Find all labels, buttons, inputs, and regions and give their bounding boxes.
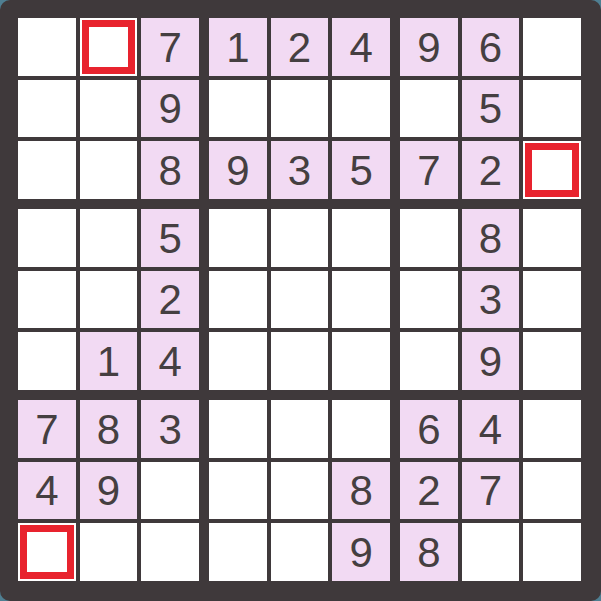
cell-r1c6: 4 — [332, 18, 390, 76]
cell-r4c9[interactable] — [523, 209, 581, 267]
cell-r8c6: 8 — [332, 462, 390, 520]
cell-value: 9 — [349, 532, 372, 574]
cell-r4c3: 5 — [141, 209, 199, 267]
cell-r1c7: 9 — [400, 18, 458, 76]
cell-r9c1[interactable] — [18, 523, 76, 581]
cell-value: 7 — [158, 27, 181, 69]
cell-r9c7: 8 — [400, 523, 458, 581]
cell-value: 5 — [158, 218, 181, 260]
cell-r4c2[interactable] — [80, 209, 138, 267]
cell-r3c9[interactable] — [523, 141, 581, 199]
cell-r8c4[interactable] — [209, 462, 267, 520]
cell-r2c7[interactable] — [400, 80, 458, 138]
cell-value: 8 — [479, 218, 502, 260]
cell-r9c4[interactable] — [209, 523, 267, 581]
cell-value: 8 — [417, 532, 440, 574]
cell-r7c7: 6 — [400, 400, 458, 458]
sudoku-board: 712496958935725823149783644982798 — [0, 0, 601, 601]
cell-r3c6: 5 — [332, 141, 390, 199]
cell-r6c9[interactable] — [523, 332, 581, 390]
cell-r7c2: 8 — [80, 400, 138, 458]
cell-r8c9[interactable] — [523, 462, 581, 520]
cell-r6c4[interactable] — [209, 332, 267, 390]
cell-r2c9[interactable] — [523, 80, 581, 138]
cell-r8c5[interactable] — [271, 462, 329, 520]
cell-r9c3[interactable] — [141, 523, 199, 581]
cell-r1c3: 7 — [141, 18, 199, 76]
cell-r4c1[interactable] — [18, 209, 76, 267]
cell-r9c5[interactable] — [271, 523, 329, 581]
cell-r7c4[interactable] — [209, 400, 267, 458]
cell-r6c2: 1 — [80, 332, 138, 390]
cell-value: 2 — [158, 279, 181, 321]
cell-value: 9 — [417, 27, 440, 69]
cell-value: 8 — [97, 409, 120, 451]
cell-r4c8: 8 — [462, 209, 520, 267]
cell-r2c4[interactable] — [209, 80, 267, 138]
cell-r9c8[interactable] — [462, 523, 520, 581]
cell-value: 4 — [479, 409, 502, 451]
cell-value: 9 — [97, 470, 120, 512]
cell-value: 7 — [479, 470, 502, 512]
cell-value: 8 — [349, 470, 372, 512]
cell-r5c8: 3 — [462, 271, 520, 329]
cell-r7c9[interactable] — [523, 400, 581, 458]
cell-r6c7[interactable] — [400, 332, 458, 390]
cell-r9c9[interactable] — [523, 523, 581, 581]
cell-r7c3: 3 — [141, 400, 199, 458]
cell-r6c3: 4 — [141, 332, 199, 390]
cell-r4c6[interactable] — [332, 209, 390, 267]
cell-r3c8: 2 — [462, 141, 520, 199]
cell-r6c8: 9 — [462, 332, 520, 390]
cell-value: 9 — [226, 150, 249, 192]
cell-r5c6[interactable] — [332, 271, 390, 329]
cell-r9c6: 9 — [332, 523, 390, 581]
cell-value: 4 — [158, 341, 181, 383]
cell-r2c3: 9 — [141, 80, 199, 138]
cell-r8c1: 4 — [18, 462, 76, 520]
cell-value: 2 — [479, 150, 502, 192]
cell-r5c9[interactable] — [523, 271, 581, 329]
cell-r5c4[interactable] — [209, 271, 267, 329]
cell-value: 4 — [35, 470, 58, 512]
cell-r1c1[interactable] — [18, 18, 76, 76]
cell-r7c8: 4 — [462, 400, 520, 458]
cell-value: 5 — [349, 150, 372, 192]
cell-r3c2[interactable] — [80, 141, 138, 199]
cell-value: 7 — [417, 150, 440, 192]
cell-r3c7: 7 — [400, 141, 458, 199]
cell-r3c4: 9 — [209, 141, 267, 199]
cell-r2c6[interactable] — [332, 80, 390, 138]
cell-r1c8: 6 — [462, 18, 520, 76]
cell-value: 2 — [417, 470, 440, 512]
cell-r3c5: 3 — [271, 141, 329, 199]
cell-r7c1: 7 — [18, 400, 76, 458]
cell-value: 9 — [479, 341, 502, 383]
cell-r1c5: 2 — [271, 18, 329, 76]
cell-value: 8 — [158, 150, 181, 192]
cell-value: 9 — [158, 88, 181, 130]
cell-r4c5[interactable] — [271, 209, 329, 267]
sudoku-grid: 712496958935725823149783644982798 — [18, 18, 581, 581]
target-cell-outline — [82, 20, 136, 74]
cell-r9c2[interactable] — [80, 523, 138, 581]
cell-r2c2[interactable] — [80, 80, 138, 138]
cell-value: 6 — [479, 27, 502, 69]
cell-r4c4[interactable] — [209, 209, 267, 267]
cell-value: 2 — [288, 27, 311, 69]
target-cell-outline — [20, 525, 74, 579]
cell-r7c6[interactable] — [332, 400, 390, 458]
cell-value: 5 — [479, 88, 502, 130]
target-cell-outline — [525, 143, 579, 197]
cell-r1c4: 1 — [209, 18, 267, 76]
cell-r6c5[interactable] — [271, 332, 329, 390]
cell-value: 6 — [417, 409, 440, 451]
cell-r8c3[interactable] — [141, 462, 199, 520]
cell-r5c1[interactable] — [18, 271, 76, 329]
cell-value: 4 — [349, 27, 372, 69]
cell-r6c6[interactable] — [332, 332, 390, 390]
cell-r4c7[interactable] — [400, 209, 458, 267]
cell-r6c1[interactable] — [18, 332, 76, 390]
cell-value: 1 — [226, 27, 249, 69]
cell-r1c2[interactable] — [80, 18, 138, 76]
cell-value: 1 — [97, 341, 120, 383]
cell-r5c2[interactable] — [80, 271, 138, 329]
cell-r2c5[interactable] — [271, 80, 329, 138]
cell-r8c2: 9 — [80, 462, 138, 520]
cell-r5c3: 2 — [141, 271, 199, 329]
cell-value: 3 — [158, 409, 181, 451]
cell-r7c5[interactable] — [271, 400, 329, 458]
cell-r2c8: 5 — [462, 80, 520, 138]
cell-r2c1[interactable] — [18, 80, 76, 138]
cell-value: 7 — [35, 409, 58, 451]
cell-r5c5[interactable] — [271, 271, 329, 329]
cell-r8c8: 7 — [462, 462, 520, 520]
cell-value: 3 — [479, 279, 502, 321]
cell-value: 3 — [288, 150, 311, 192]
cell-r3c1[interactable] — [18, 141, 76, 199]
cell-r8c7: 2 — [400, 462, 458, 520]
cell-r5c7[interactable] — [400, 271, 458, 329]
cell-r1c9[interactable] — [523, 18, 581, 76]
cell-r3c3: 8 — [141, 141, 199, 199]
